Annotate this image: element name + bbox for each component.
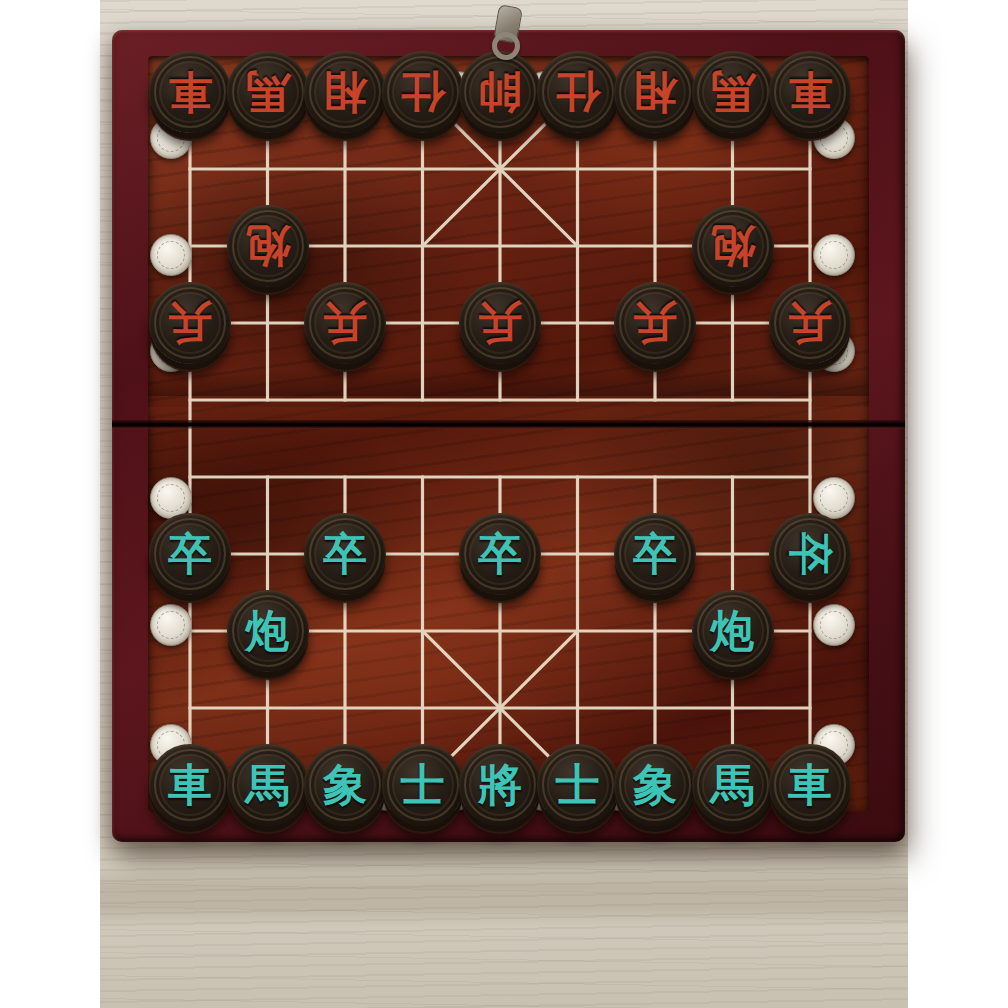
piece-character: 相 [633, 70, 677, 114]
piece-teal-elephant[interactable]: 象 [614, 744, 696, 826]
piece-character: 卒 [478, 532, 522, 576]
piece-teal-cannon[interactable]: 炮 [227, 590, 309, 672]
edge-medallion-inlay [813, 604, 855, 646]
piece-character: 卒 [633, 532, 677, 576]
piece-teal-advisor[interactable]: 士 [537, 744, 619, 826]
piece-character: 帥 [478, 70, 522, 114]
piece-red-general[interactable]: 帥 [459, 51, 541, 133]
piece-red-horse[interactable]: 馬 [227, 51, 309, 133]
piece-teal-soldier[interactable]: 卒 [614, 513, 696, 595]
piece-character: 士 [401, 763, 445, 807]
piece-red-soldier[interactable]: 兵 [149, 282, 231, 364]
piece-teal-soldier[interactable]: 卒 [459, 513, 541, 595]
piece-character: 馬 [246, 70, 290, 114]
piece-character: 馬 [711, 763, 755, 807]
piece-character: 車 [788, 70, 832, 114]
piece-red-cannon[interactable]: 炮 [692, 205, 774, 287]
board-grid-lines [188, 90, 812, 787]
edge-medallion-inlay [150, 234, 192, 276]
piece-teal-general[interactable]: 將 [459, 744, 541, 826]
piece-red-elephant[interactable]: 相 [304, 51, 386, 133]
piece-character: 卒 [323, 532, 367, 576]
piece-red-chariot[interactable]: 車 [149, 51, 231, 133]
piece-character: 相 [323, 70, 367, 114]
piece-teal-chariot[interactable]: 車 [769, 744, 851, 826]
piece-character: 兵 [168, 301, 212, 345]
piece-character: 士 [556, 763, 600, 807]
piece-teal-soldier[interactable]: 卒 [769, 513, 851, 595]
piece-red-soldier[interactable]: 兵 [459, 282, 541, 364]
piece-character: 卒 [168, 532, 212, 576]
piece-teal-soldier[interactable]: 卒 [304, 513, 386, 595]
edge-medallion-inlay [150, 604, 192, 646]
piece-character: 象 [633, 763, 677, 807]
piece-teal-cannon[interactable]: 炮 [692, 590, 774, 672]
edge-medallion-inlay [813, 477, 855, 519]
piece-character: 馬 [711, 70, 755, 114]
piece-red-advisor[interactable]: 仕 [537, 51, 619, 133]
piece-teal-chariot[interactable]: 車 [149, 744, 231, 826]
piece-character: 車 [168, 763, 212, 807]
edge-medallion-inlay [813, 234, 855, 276]
piece-character: 象 [323, 763, 367, 807]
piece-character: 炮 [711, 609, 755, 653]
piece-character: 兵 [323, 301, 367, 345]
piece-red-advisor[interactable]: 仕 [382, 51, 464, 133]
piece-red-soldier[interactable]: 兵 [304, 282, 386, 364]
board-fold-seam [112, 420, 905, 429]
xiangqi-board[interactable]: 車馬相仕帥仕相馬車炮炮兵兵兵兵兵卒卒卒卒卒炮炮車馬象士將士象馬車 [112, 30, 905, 842]
clasp-ring-icon [492, 32, 520, 60]
piece-teal-horse[interactable]: 馬 [227, 744, 309, 826]
piece-character: 仕 [556, 70, 600, 114]
piece-teal-horse[interactable]: 馬 [692, 744, 774, 826]
piece-red-chariot[interactable]: 車 [769, 51, 851, 133]
piece-character: 車 [168, 70, 212, 114]
piece-red-soldier[interactable]: 兵 [614, 282, 696, 364]
piece-character: 仕 [401, 70, 445, 114]
piece-character: 兵 [633, 301, 677, 345]
piece-character: 將 [478, 763, 522, 807]
piece-red-horse[interactable]: 馬 [692, 51, 774, 133]
piece-teal-advisor[interactable]: 士 [382, 744, 464, 826]
piece-teal-soldier[interactable]: 卒 [149, 513, 231, 595]
piece-character: 馬 [246, 763, 290, 807]
piece-character: 炮 [246, 609, 290, 653]
piece-red-soldier[interactable]: 兵 [769, 282, 851, 364]
piece-character: 炮 [246, 224, 290, 268]
piece-red-cannon[interactable]: 炮 [227, 205, 309, 287]
piece-teal-elephant[interactable]: 象 [304, 744, 386, 826]
piece-character: 車 [788, 763, 832, 807]
piece-character: 兵 [478, 301, 522, 345]
piece-character: 卒 [788, 532, 832, 576]
piece-red-elephant[interactable]: 相 [614, 51, 696, 133]
piece-character: 炮 [711, 224, 755, 268]
metal-clasp [488, 4, 528, 60]
piece-character: 兵 [788, 301, 832, 345]
